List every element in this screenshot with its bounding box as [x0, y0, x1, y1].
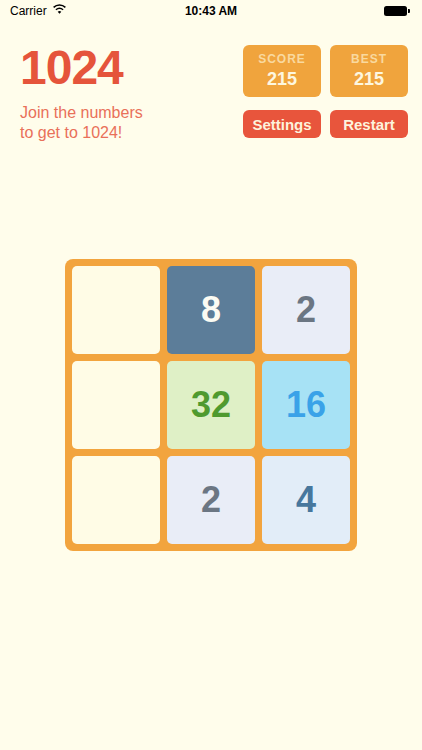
tile-2-r1c3: 2 — [262, 266, 350, 354]
score-box: SCORE 215 — [243, 45, 321, 97]
settings-button[interactable]: Settings — [243, 110, 321, 138]
subtitle-line-2: to get to 1024! — [20, 123, 143, 143]
score-value: 215 — [267, 69, 297, 90]
tile-2-r3c2: 2 — [167, 456, 255, 544]
restart-button[interactable]: Restart — [330, 110, 408, 138]
battery-icon — [384, 6, 410, 16]
score-label: SCORE — [258, 52, 306, 66]
best-box: BEST 215 — [330, 45, 408, 97]
page-title: 1024 — [20, 42, 143, 94]
status-time: 10:43 AM — [0, 4, 422, 18]
page-subtitle: Join the numbers to get to 1024! — [20, 103, 143, 143]
tile-16-r2c3: 16 — [262, 361, 350, 449]
subtitle-line-1: Join the numbers — [20, 103, 143, 123]
empty-cell-r1c1 — [72, 266, 160, 354]
game-board[interactable]: 82321624 — [65, 259, 357, 551]
app-screen: Carrier 10:43 AM 1024 Join the numbers t… — [0, 0, 422, 750]
tile-8-r1c2: 8 — [167, 266, 255, 354]
tile-32-r2c2: 32 — [167, 361, 255, 449]
header-left: 1024 Join the numbers to get to 1024! — [20, 42, 143, 143]
status-bar: Carrier 10:43 AM — [0, 0, 422, 20]
empty-cell-r2c1 — [72, 361, 160, 449]
header-right: SCORE 215 BEST 215 Settings Restart — [243, 45, 408, 138]
empty-cell-r3c1 — [72, 456, 160, 544]
best-value: 215 — [354, 69, 384, 90]
tile-4-r3c3: 4 — [262, 456, 350, 544]
best-label: BEST — [351, 52, 387, 66]
